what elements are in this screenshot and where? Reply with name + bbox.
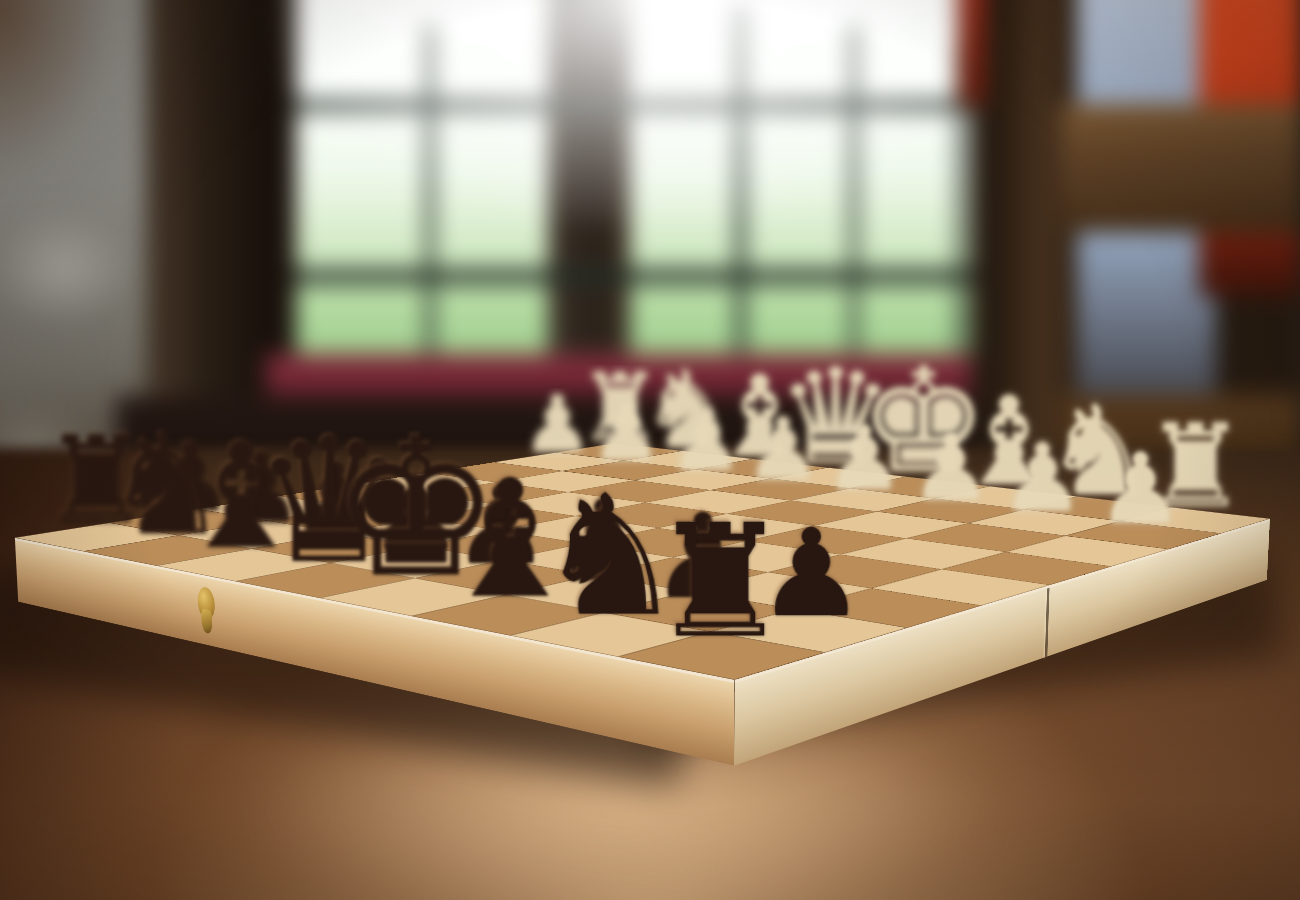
white-pawn: ♟	[1097, 445, 1184, 535]
white-pawn: ♟	[910, 426, 992, 510]
white-pawn: ♟	[825, 418, 905, 500]
black-rook: ♜	[650, 511, 790, 655]
white-pawn: ♟	[744, 410, 821, 489]
brass-latch-hook	[201, 608, 213, 634]
board-perspective-scene: ♜♞♝♛♚♝♞♜♟♟♟♟♟♟♟♟♟♟♟♟♟♟♟♟♜♞♝♛♚♝♞♜	[0, 0, 1300, 900]
white-pawn: ♟	[1000, 435, 1085, 522]
photo-scene: ♜♞♝♛♚♝♞♜♟♟♟♟♟♟♟♟♟♟♟♟♟♟♟♟♜♞♝♛♚♝♞♜	[0, 0, 1300, 900]
brass-latch	[195, 585, 218, 641]
chessboard: ♜♞♝♛♚♝♞♜♟♟♟♟♟♟♟♟♟♟♟♟♟♟♟♟♜♞♝♛♚♝♞♜	[15, 443, 1270, 680]
